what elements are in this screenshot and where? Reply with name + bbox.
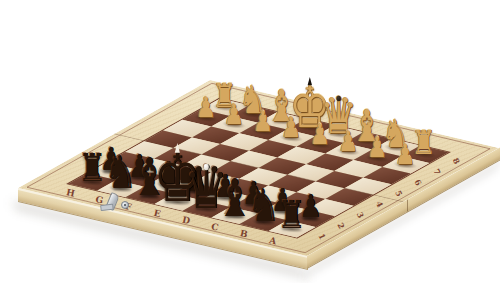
clasp-latch-icon xyxy=(106,192,130,216)
latch-screw-icon xyxy=(121,201,129,209)
piece-white-pawn: ♟ xyxy=(383,99,428,165)
latch-hook-icon xyxy=(105,192,120,211)
piece-black-rook: ♜ xyxy=(266,154,318,229)
finial-point-icon xyxy=(174,143,179,153)
chess-set-photo: ♜♞♝♚♛♝♞♜♟♟♟♟♟♟♟♟♟♟♟♟♟♟♟♟♜♞♝♚♛♝♞♜ HGFEDCB… xyxy=(0,0,500,283)
chess-board: ♜♞♝♚♛♝♞♜♟♟♟♟♟♟♟♟♟♟♟♟♟♟♟♟♜♞♝♚♛♝♞♜ HGFEDCB… xyxy=(18,80,499,256)
